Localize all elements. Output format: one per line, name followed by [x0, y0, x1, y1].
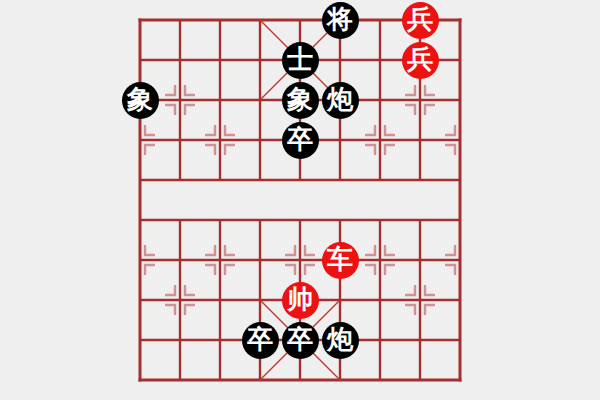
piece-glyph: 士 [287, 46, 313, 72]
piece-red-soldier-2[interactable]: 兵 [402, 42, 439, 79]
piece-glyph: 车 [327, 246, 353, 272]
piece-glyph: 将 [327, 6, 353, 32]
piece-red-general[interactable]: 帅 [282, 282, 319, 319]
piece-glyph: 兵 [407, 6, 433, 32]
piece-red-chariot[interactable]: 车 [322, 242, 359, 279]
piece-glyph: 卒 [287, 126, 313, 152]
piece-glyph: 炮 [327, 326, 353, 352]
xiangqi-app: 将兵士兵象象炮卒车帅卒卒炮 [0, 0, 600, 400]
piece-black-cannon-1[interactable]: 炮 [322, 82, 359, 119]
piece-glyph: 象 [127, 86, 153, 112]
piece-black-advisor[interactable]: 士 [282, 42, 319, 79]
piece-red-soldier-1[interactable]: 兵 [402, 2, 439, 39]
piece-glyph: 象 [287, 86, 313, 112]
piece-black-elephant-1[interactable]: 象 [122, 82, 159, 119]
piece-black-general[interactable]: 将 [322, 2, 359, 39]
piece-glyph: 炮 [327, 86, 353, 112]
piece-black-soldier-2[interactable]: 卒 [242, 322, 279, 359]
piece-glyph: 卒 [247, 326, 273, 352]
piece-black-cannon-2[interactable]: 炮 [322, 322, 359, 359]
piece-black-elephant-2[interactable]: 象 [282, 82, 319, 119]
xiangqi-board[interactable]: 将兵士兵象象炮卒车帅卒卒炮 [120, 0, 480, 400]
piece-glyph: 兵 [407, 46, 433, 72]
piece-glyph: 帅 [287, 286, 313, 312]
piece-black-soldier-3[interactable]: 卒 [282, 322, 319, 359]
piece-glyph: 卒 [287, 326, 313, 352]
piece-black-soldier-1[interactable]: 卒 [282, 122, 319, 159]
